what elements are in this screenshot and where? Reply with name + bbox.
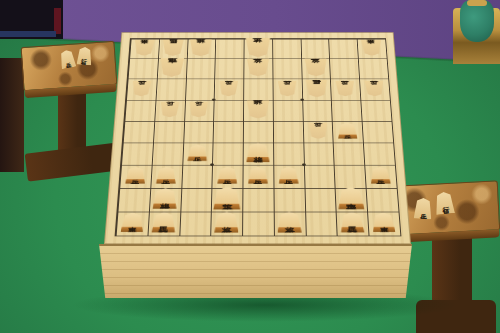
piece-5f-silver[interactable]: 銀将 — [246, 143, 270, 162]
piece-7a-silver[interactable]: 銀将 — [190, 39, 213, 56]
piece-2i-knight[interactable]: 桂馬 — [340, 212, 365, 232]
piece-4i-gold[interactable]: 金将 — [277, 212, 302, 233]
piece-8a-knight[interactable]: 桂馬 — [161, 39, 183, 56]
board-front-face — [99, 244, 412, 298]
piece-5b-gold[interactable]: 金将 — [247, 59, 270, 77]
piece-6h-king[interactable]: 王将 — [213, 187, 241, 210]
piece-3e-pawn[interactable]: 歩兵 — [308, 123, 328, 139]
piece-6i-gold[interactable]: 金将 — [214, 212, 239, 233]
piece-8d-pawn[interactable]: 歩兵 — [159, 101, 179, 117]
star-point — [210, 164, 214, 167]
piece-1c-pawn[interactable]: 歩兵 — [364, 81, 384, 96]
piece-8g-pawn[interactable]: 歩兵 — [156, 167, 177, 184]
piece-7f-pawn[interactable]: 歩兵 — [187, 145, 208, 162]
piece-1i-lance[interactable]: 香車 — [372, 213, 396, 232]
star-point — [300, 98, 304, 101]
piece-1g-pawn[interactable]: 歩兵 — [370, 167, 391, 184]
piece-6g-pawn[interactable]: 歩兵 — [217, 167, 238, 184]
ornamental-vase — [460, 0, 494, 42]
lacquer-box — [0, 0, 63, 39]
piece-4g-pawn[interactable]: 歩兵 — [278, 167, 299, 184]
piece-9g-pawn[interactable]: 歩兵 — [125, 167, 146, 184]
piece-9a-lance[interactable]: 香車 — [133, 40, 155, 56]
shogi-match-photo: 歩兵 角行 歩兵 角行 香車桂馬銀将玉将香車飛車金将金将歩兵歩兵歩兵桂馬歩兵歩兵… — [0, 0, 500, 333]
lacquer-box-blue-trim — [0, 31, 56, 37]
komadai-left-pillar — [58, 92, 86, 154]
vase-gold-rim — [467, 0, 487, 6]
piece-2h-rook[interactable]: 飛車 — [337, 187, 364, 209]
piece-2c-pawn[interactable]: 歩兵 — [335, 81, 355, 96]
shogi-board: 香車桂馬銀将玉将香車飛車金将金将歩兵歩兵歩兵桂馬歩兵歩兵歩兵歩兵銀将歩兵歩兵歩兵… — [104, 32, 411, 244]
piece-9c-pawn[interactable]: 歩兵 — [131, 81, 151, 96]
piece-8h-silver[interactable]: 銀将 — [152, 188, 177, 208]
piece-8b-rook[interactable]: 飛車 — [159, 58, 184, 77]
piece-5g-pawn[interactable]: 歩兵 — [248, 167, 268, 184]
piece-7d-pawn[interactable]: 歩兵 — [189, 101, 209, 117]
piece-9i-lance[interactable]: 香車 — [120, 213, 144, 232]
piece-5a-king[interactable]: 玉将 — [245, 38, 270, 57]
piece-3b-gold[interactable]: 金将 — [304, 59, 327, 77]
piece-1a-lance[interactable]: 香車 — [361, 40, 383, 56]
piece-4c-pawn[interactable]: 歩兵 — [277, 81, 297, 96]
komadai-left-leg — [0, 58, 24, 172]
piece-3c-knight[interactable]: 桂馬 — [305, 80, 328, 97]
piece-2e-pawn[interactable]: 歩兵 — [337, 123, 358, 139]
piece-5d-silver[interactable]: 銀将 — [246, 100, 269, 118]
board-grid[interactable]: 香車桂馬銀将玉将香車飛車金将金将歩兵歩兵歩兵桂馬歩兵歩兵歩兵歩兵銀将歩兵歩兵歩兵… — [115, 38, 402, 236]
piece-8i-knight[interactable]: 桂馬 — [151, 212, 176, 232]
piece-6c-pawn[interactable]: 歩兵 — [219, 81, 238, 96]
board-top-face: 香車桂馬銀将玉将香車飛車金将金将歩兵歩兵歩兵桂馬歩兵歩兵歩兵歩兵銀将歩兵歩兵歩兵… — [104, 32, 411, 244]
star-point — [212, 98, 216, 101]
star-point — [302, 164, 306, 167]
